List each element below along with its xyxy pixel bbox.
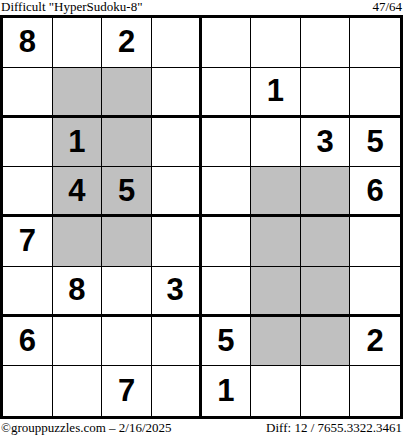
puzzle-page: Difficult "HyperSudoku-8" 47/64 82113545…: [0, 0, 403, 437]
cell-r5c1[interactable]: 7: [3, 217, 53, 267]
cell-r1c3[interactable]: 2: [102, 18, 152, 68]
cell-r2c1[interactable]: [3, 68, 53, 118]
cell-r7c5[interactable]: 5: [202, 317, 252, 367]
cell-r3c4[interactable]: [152, 118, 202, 168]
cell-r2c7[interactable]: [301, 68, 351, 118]
sudoku-board: 82113545678365271: [0, 15, 403, 419]
cell-r1c1[interactable]: 8: [3, 18, 53, 68]
cell-r4c2[interactable]: 4: [53, 167, 103, 217]
cell-r5c4[interactable]: [152, 217, 202, 267]
cell-r6c2[interactable]: 8: [53, 267, 103, 317]
cell-r7c8[interactable]: 2: [350, 317, 400, 367]
cell-r8c3[interactable]: 7: [102, 366, 152, 416]
cell-r6c4[interactable]: 3: [152, 267, 202, 317]
cell-r8c7[interactable]: [301, 366, 351, 416]
cell-r5c7[interactable]: [301, 217, 351, 267]
cell-r6c8[interactable]: [350, 267, 400, 317]
cell-r1c2[interactable]: [53, 18, 103, 68]
cell-r5c8[interactable]: [350, 217, 400, 267]
cell-r2c8[interactable]: [350, 68, 400, 118]
cell-r5c2[interactable]: [53, 217, 103, 267]
cell-r6c3[interactable]: [102, 267, 152, 317]
difficulty-text: Diff: 12 / 7655.3322.3461: [266, 420, 402, 435]
cell-r3c2[interactable]: 1: [53, 118, 103, 168]
cell-r8c4[interactable]: [152, 366, 202, 416]
cell-r2c4[interactable]: [152, 68, 202, 118]
cell-r7c1[interactable]: 6: [3, 317, 53, 367]
cell-r2c3[interactable]: [102, 68, 152, 118]
cell-r4c6[interactable]: [251, 167, 301, 217]
cell-r2c5[interactable]: [202, 68, 252, 118]
cell-r7c3[interactable]: [102, 317, 152, 367]
cell-r8c2[interactable]: [53, 366, 103, 416]
cell-r4c3[interactable]: 5: [102, 167, 152, 217]
cell-r3c7[interactable]: 3: [301, 118, 351, 168]
cell-r7c6[interactable]: [251, 317, 301, 367]
cell-r6c6[interactable]: [251, 267, 301, 317]
cell-r3c3[interactable]: [102, 118, 152, 168]
cell-r3c8[interactable]: 5: [350, 118, 400, 168]
cell-r8c6[interactable]: [251, 366, 301, 416]
puzzle-footer: ©grouppuzzles.com – 2/16/2025 Diff: 12 /…: [0, 419, 403, 437]
cell-r5c5[interactable]: [202, 217, 252, 267]
cell-r6c5[interactable]: [202, 267, 252, 317]
cell-r5c6[interactable]: [251, 217, 301, 267]
cell-r4c1[interactable]: [3, 167, 53, 217]
copyright-text: ©grouppuzzles.com – 2/16/2025: [1, 420, 172, 435]
cell-r7c4[interactable]: [152, 317, 202, 367]
cell-r7c2[interactable]: [53, 317, 103, 367]
cell-r8c5[interactable]: 1: [202, 366, 252, 416]
cell-r1c5[interactable]: [202, 18, 252, 68]
puzzle-title: Difficult "HyperSudoku-8": [1, 0, 142, 13]
cell-r4c4[interactable]: [152, 167, 202, 217]
cell-r2c2[interactable]: [53, 68, 103, 118]
puzzle-header: Difficult "HyperSudoku-8" 47/64: [0, 0, 403, 15]
cell-r1c4[interactable]: [152, 18, 202, 68]
cell-r4c8[interactable]: 6: [350, 167, 400, 217]
cell-r2c6[interactable]: 1: [251, 68, 301, 118]
cell-r1c8[interactable]: [350, 18, 400, 68]
cell-r3c1[interactable]: [3, 118, 53, 168]
cell-r7c7[interactable]: [301, 317, 351, 367]
cell-r6c1[interactable]: [3, 267, 53, 317]
cell-r4c5[interactable]: [202, 167, 252, 217]
cell-r4c7[interactable]: [301, 167, 351, 217]
cell-r5c3[interactable]: [102, 217, 152, 267]
cell-r8c8[interactable]: [350, 366, 400, 416]
cell-r8c1[interactable]: [3, 366, 53, 416]
empty-cell-counter: 47/64: [372, 0, 402, 13]
cell-r6c7[interactable]: [301, 267, 351, 317]
cell-r1c7[interactable]: [301, 18, 351, 68]
cell-r1c6[interactable]: [251, 18, 301, 68]
cell-r3c6[interactable]: [251, 118, 301, 168]
cell-r3c5[interactable]: [202, 118, 252, 168]
